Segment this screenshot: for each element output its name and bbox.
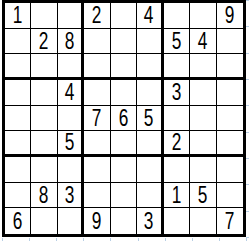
given-digit: 5 — [198, 183, 208, 208]
cell-r4c7[interactable]: 3 — [164, 80, 190, 106]
given-digit: 5 — [65, 131, 75, 155]
cell-r3c7[interactable] — [164, 54, 190, 80]
cell-r9c8[interactable] — [190, 208, 216, 234]
cell-r7c6[interactable] — [137, 157, 163, 183]
given-digit: 5 — [172, 29, 182, 54]
cell-r8c8[interactable]: 5 — [190, 183, 216, 209]
cell-r1c3[interactable] — [58, 3, 84, 29]
cell-r8c3[interactable]: 3 — [58, 183, 84, 209]
sudoku-board: 12492854437655283156937 — [2, 0, 246, 237]
cell-r2c9[interactable] — [217, 29, 243, 55]
spreadsheet-gridline-tick — [246, 26, 249, 27]
cell-r7c4[interactable] — [84, 157, 110, 183]
cell-r5c1[interactable] — [5, 106, 31, 132]
cell-r4c1[interactable] — [5, 80, 31, 106]
cell-r5c9[interactable] — [217, 106, 243, 132]
spreadsheet-gridline-tick — [246, 184, 249, 185]
cell-r1c2[interactable] — [31, 3, 57, 29]
cell-r6c3[interactable]: 5 — [58, 131, 84, 157]
cell-r4c6[interactable] — [137, 80, 163, 106]
cell-r8c9[interactable] — [217, 183, 243, 209]
cell-r6c8[interactable] — [190, 131, 216, 157]
cell-r9c5[interactable] — [111, 208, 137, 234]
cell-r6c2[interactable] — [31, 131, 57, 157]
given-digit: 4 — [198, 29, 208, 54]
cell-r9c1[interactable]: 6 — [5, 208, 31, 234]
given-digit: 5 — [144, 106, 154, 131]
cell-r7c2[interactable] — [31, 157, 57, 183]
given-digit: 6 — [13, 209, 23, 234]
cell-r3c1[interactable] — [5, 54, 31, 80]
cell-r6c1[interactable] — [5, 131, 31, 157]
cell-r3c2[interactable] — [31, 54, 57, 80]
cell-r9c7[interactable] — [164, 208, 190, 234]
cell-r4c2[interactable] — [31, 80, 57, 106]
cell-r6c9[interactable] — [217, 131, 243, 157]
cell-r2c2[interactable]: 2 — [31, 29, 57, 55]
given-digit: 9 — [225, 3, 235, 28]
cell-r4c3[interactable]: 4 — [58, 80, 84, 106]
cell-r7c5[interactable] — [111, 157, 137, 183]
given-digit: 3 — [65, 183, 75, 208]
cell-r3c3[interactable] — [58, 54, 84, 80]
given-digit: 3 — [172, 80, 182, 105]
spreadsheet-gridline-tick — [246, 132, 249, 133]
cell-r8c1[interactable] — [5, 183, 31, 209]
cell-r6c5[interactable] — [111, 131, 137, 157]
cell-r5c4[interactable]: 7 — [84, 106, 110, 132]
cell-r8c5[interactable] — [111, 183, 137, 209]
cell-r3c6[interactable] — [137, 54, 163, 80]
cell-r9c2[interactable] — [31, 208, 57, 234]
cell-r9c3[interactable] — [58, 208, 84, 234]
cell-r9c6[interactable]: 3 — [137, 208, 163, 234]
cell-r1c8[interactable] — [190, 3, 216, 29]
cell-r6c7[interactable]: 2 — [164, 131, 190, 157]
cell-r1c4[interactable]: 2 — [84, 3, 110, 29]
cell-r2c6[interactable] — [137, 29, 163, 55]
cell-r5c6[interactable]: 5 — [137, 106, 163, 132]
cell-r3c4[interactable] — [84, 54, 110, 80]
cell-r1c5[interactable] — [111, 3, 137, 29]
cell-r1c1[interactable]: 1 — [5, 3, 31, 29]
cell-r5c3[interactable] — [58, 106, 84, 132]
cell-r4c4[interactable] — [84, 80, 110, 106]
given-digit: 4 — [65, 80, 75, 105]
cell-r4c8[interactable] — [190, 80, 216, 106]
given-digit: 8 — [65, 29, 75, 54]
cell-r5c2[interactable] — [31, 106, 57, 132]
cell-r2c3[interactable]: 8 — [58, 29, 84, 55]
cell-r9c9[interactable]: 7 — [217, 208, 243, 234]
spreadsheet-gridline-tick — [246, 105, 249, 106]
cell-r2c5[interactable] — [111, 29, 137, 55]
given-digit: 2 — [39, 29, 49, 54]
spreadsheet-gridline-tick — [246, 79, 249, 80]
cell-r5c7[interactable] — [164, 106, 190, 132]
cell-r7c7[interactable] — [164, 157, 190, 183]
cell-r5c5[interactable]: 6 — [111, 106, 137, 132]
cell-r6c6[interactable] — [137, 131, 163, 157]
given-digit: 1 — [172, 183, 182, 208]
cell-r2c1[interactable] — [5, 29, 31, 55]
spreadsheet-gridline-tick — [246, 53, 249, 54]
given-digit: 7 — [225, 209, 235, 234]
cell-r1c9[interactable]: 9 — [217, 3, 243, 29]
cell-r9c4[interactable]: 9 — [84, 208, 110, 234]
given-digit: 6 — [119, 106, 129, 131]
cell-r7c3[interactable] — [58, 157, 84, 183]
given-digit: 1 — [13, 3, 23, 28]
given-digit: 2 — [92, 3, 102, 28]
cell-r4c9[interactable] — [217, 80, 243, 106]
given-digit: 8 — [39, 183, 49, 208]
cell-r8c4[interactable] — [84, 183, 110, 209]
cell-r2c8[interactable]: 4 — [190, 29, 216, 55]
cell-r2c4[interactable] — [84, 29, 110, 55]
spreadsheet-gridline-tick — [246, 0, 249, 1]
spreadsheet-gridline-tick — [246, 237, 249, 238]
given-digit: 7 — [92, 106, 102, 131]
cell-r8c7[interactable]: 1 — [164, 183, 190, 209]
cell-r8c2[interactable]: 8 — [31, 183, 57, 209]
cell-r7c8[interactable] — [190, 157, 216, 183]
cell-r3c9[interactable] — [217, 54, 243, 80]
cell-r7c9[interactable] — [217, 157, 243, 183]
cell-r5c8[interactable] — [190, 106, 216, 132]
cell-r1c6[interactable]: 4 — [137, 3, 163, 29]
cell-r3c5[interactable] — [111, 54, 137, 80]
given-digit: 9 — [92, 209, 102, 234]
cell-r7c1[interactable] — [5, 157, 31, 183]
cell-r8c6[interactable] — [137, 183, 163, 209]
cell-r2c7[interactable]: 5 — [164, 29, 190, 55]
given-digit: 2 — [172, 131, 182, 155]
cell-r3c8[interactable] — [190, 54, 216, 80]
spreadsheet-gridline-tick — [246, 211, 249, 212]
cell-r1c7[interactable] — [164, 3, 190, 29]
cell-r4c5[interactable] — [111, 80, 137, 106]
given-digit: 3 — [144, 209, 154, 234]
cell-r6c4[interactable] — [84, 131, 110, 157]
given-digit: 4 — [144, 3, 154, 28]
spreadsheet-gridline-tick — [246, 158, 249, 159]
